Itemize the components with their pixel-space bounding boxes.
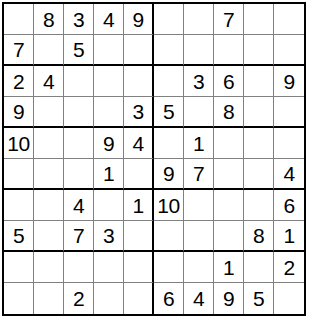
cell-r3c3-empty[interactable] [64,66,94,97]
cell-r3c2-given[interactable]: 4 [34,66,64,97]
cell-r7c1-empty[interactable] [4,190,34,221]
cell-r9c10-given[interactable]: 2 [274,252,304,283]
cell-r4c10-empty[interactable] [274,97,304,128]
cell-r7c8-empty[interactable] [214,190,244,221]
cell-r2c1-given[interactable]: 7 [4,35,34,66]
cell-r5c3-empty[interactable] [64,128,94,159]
cell-r2c5-empty[interactable] [124,35,154,66]
cell-r6c4-given[interactable]: 1 [94,159,124,190]
cell-r6c6-given[interactable]: 9 [154,159,184,190]
cell-r1c8-given[interactable]: 7 [214,4,244,35]
cell-r6c1-empty[interactable] [4,159,34,190]
cell-r7c6-given[interactable]: 10 [154,190,184,221]
cell-r5c5-given[interactable]: 4 [124,128,154,159]
cell-r4c3-empty[interactable] [64,97,94,128]
cell-r8c3-given[interactable]: 7 [64,221,94,252]
cell-r10c5-empty[interactable] [124,283,154,314]
cell-r6c2-empty[interactable] [34,159,64,190]
cell-r10c8-given[interactable]: 9 [214,283,244,314]
cell-r9c6-empty[interactable] [154,252,184,283]
cell-r9c5-empty[interactable] [124,252,154,283]
cell-r6c3-empty[interactable] [64,159,94,190]
cell-r10c9-given[interactable]: 5 [244,283,274,314]
cell-r4c8-given[interactable]: 8 [214,97,244,128]
cell-r9c9-empty[interactable] [244,252,274,283]
cell-r5c4-given[interactable]: 9 [94,128,124,159]
cell-r2c9-empty[interactable] [244,35,274,66]
cell-r7c4-empty[interactable] [94,190,124,221]
cell-r4c9-empty[interactable] [244,97,274,128]
cell-r4c2-empty[interactable] [34,97,64,128]
sudoku-board: 8349775243699358109411974411065738112264… [2,2,306,316]
cell-r8c1-given[interactable]: 5 [4,221,34,252]
cell-r7c10-given[interactable]: 6 [274,190,304,221]
cell-r7c2-empty[interactable] [34,190,64,221]
cell-r6c8-empty[interactable] [214,159,244,190]
cell-r6c5-empty[interactable] [124,159,154,190]
cell-r6c10-given[interactable]: 4 [274,159,304,190]
cell-r8c9-given[interactable]: 8 [244,221,274,252]
cell-r4c4-empty[interactable] [94,97,124,128]
cell-r8c8-empty[interactable] [214,221,244,252]
cell-r4c6-given[interactable]: 5 [154,97,184,128]
cell-r9c7-empty[interactable] [184,252,214,283]
cell-r5c9-empty[interactable] [244,128,274,159]
cell-r1c3-given[interactable]: 3 [64,4,94,35]
cell-r5c2-empty[interactable] [34,128,64,159]
cell-r8c2-empty[interactable] [34,221,64,252]
cell-r5c6-empty[interactable] [154,128,184,159]
cell-r3c9-empty[interactable] [244,66,274,97]
cell-r4c5-given[interactable]: 3 [124,97,154,128]
cell-r1c9-empty[interactable] [244,4,274,35]
cell-r9c4-empty[interactable] [94,252,124,283]
cell-r2c4-empty[interactable] [94,35,124,66]
cell-r1c4-given[interactable]: 4 [94,4,124,35]
cell-r1c5-given[interactable]: 9 [124,4,154,35]
cell-r7c5-given[interactable]: 1 [124,190,154,221]
cell-r10c4-empty[interactable] [94,283,124,314]
cell-r4c7-empty[interactable] [184,97,214,128]
cell-r1c2-given[interactable]: 8 [34,4,64,35]
cell-r6c9-empty[interactable] [244,159,274,190]
cell-r10c6-given[interactable]: 6 [154,283,184,314]
cell-r8c7-empty[interactable] [184,221,214,252]
cell-r6c7-given[interactable]: 7 [184,159,214,190]
cell-r3c7-given[interactable]: 3 [184,66,214,97]
cell-r5c8-empty[interactable] [214,128,244,159]
cell-r9c8-given[interactable]: 1 [214,252,244,283]
cell-r1c7-empty[interactable] [184,4,214,35]
cell-r10c1-empty[interactable] [4,283,34,314]
cell-r10c7-given[interactable]: 4 [184,283,214,314]
cell-r9c1-empty[interactable] [4,252,34,283]
cell-r5c1-given[interactable]: 10 [4,128,34,159]
cell-r8c6-empty[interactable] [154,221,184,252]
cell-r2c6-empty[interactable] [154,35,184,66]
cell-r2c7-empty[interactable] [184,35,214,66]
cell-r8c4-given[interactable]: 3 [94,221,124,252]
cell-r9c3-empty[interactable] [64,252,94,283]
cell-r10c3-given[interactable]: 2 [64,283,94,314]
cell-r3c8-given[interactable]: 6 [214,66,244,97]
cell-r2c10-empty[interactable] [274,35,304,66]
cell-r1c1-empty[interactable] [4,4,34,35]
cell-r4c1-given[interactable]: 9 [4,97,34,128]
cell-r3c6-empty[interactable] [154,66,184,97]
cell-r1c6-empty[interactable] [154,4,184,35]
cell-r1c10-empty[interactable] [274,4,304,35]
cell-r8c10-given[interactable]: 1 [274,221,304,252]
cell-r10c2-empty[interactable] [34,283,64,314]
cell-r5c7-given[interactable]: 1 [184,128,214,159]
cell-r3c10-given[interactable]: 9 [274,66,304,97]
cell-r9c2-empty[interactable] [34,252,64,283]
cell-r2c3-given[interactable]: 5 [64,35,94,66]
cell-r7c7-empty[interactable] [184,190,214,221]
cell-r3c5-empty[interactable] [124,66,154,97]
cell-r2c8-empty[interactable] [214,35,244,66]
cell-r7c3-given[interactable]: 4 [64,190,94,221]
cell-r10c10-empty[interactable] [274,283,304,314]
cell-r3c1-given[interactable]: 2 [4,66,34,97]
cell-r2c2-empty[interactable] [34,35,64,66]
cell-r3c4-empty[interactable] [94,66,124,97]
cell-r8c5-empty[interactable] [124,221,154,252]
cell-r7c9-empty[interactable] [244,190,274,221]
cell-r5c10-empty[interactable] [274,128,304,159]
